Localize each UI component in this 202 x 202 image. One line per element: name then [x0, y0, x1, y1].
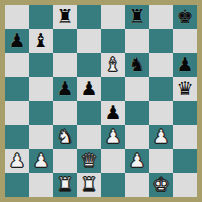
square-e6[interactable]: ♝: [101, 53, 125, 77]
square-h2[interactable]: [173, 149, 197, 173]
square-d4[interactable]: [77, 101, 101, 125]
square-f7[interactable]: [125, 29, 149, 53]
square-d7[interactable]: [77, 29, 101, 53]
square-f4[interactable]: [125, 101, 149, 125]
piece-black-rook[interactable]: ♜: [125, 5, 149, 29]
piece-black-pawn[interactable]: ♟: [5, 29, 29, 53]
piece-white-king[interactable]: ♚: [149, 173, 173, 197]
square-g2[interactable]: [149, 149, 173, 173]
square-c6[interactable]: [53, 53, 77, 77]
square-f3[interactable]: [125, 125, 149, 149]
square-b6[interactable]: [29, 53, 53, 77]
square-b5[interactable]: [29, 77, 53, 101]
piece-black-bishop[interactable]: ♝: [29, 29, 53, 53]
square-f6[interactable]: ♞: [125, 53, 149, 77]
square-d2[interactable]: ♛: [77, 149, 101, 173]
piece-white-pawn[interactable]: ♟: [101, 125, 125, 149]
square-a4[interactable]: [5, 101, 29, 125]
piece-white-rook[interactable]: ♜: [53, 173, 77, 197]
piece-white-rook[interactable]: ♜: [77, 173, 101, 197]
square-d8[interactable]: [77, 5, 101, 29]
square-a3[interactable]: [5, 125, 29, 149]
square-e5[interactable]: [101, 77, 125, 101]
square-c3[interactable]: ♞: [53, 125, 77, 149]
square-h6[interactable]: ♟: [173, 53, 197, 77]
square-f1[interactable]: [125, 173, 149, 197]
square-f5[interactable]: [125, 77, 149, 101]
square-a5[interactable]: [5, 77, 29, 101]
square-f2[interactable]: ♟: [125, 149, 149, 173]
piece-black-pawn[interactable]: ♟: [101, 101, 125, 125]
square-b8[interactable]: [29, 5, 53, 29]
square-e3[interactable]: ♟: [101, 125, 125, 149]
square-c1[interactable]: ♜: [53, 173, 77, 197]
piece-black-pawn[interactable]: ♟: [173, 53, 197, 77]
square-a1[interactable]: [5, 173, 29, 197]
square-b1[interactable]: [29, 173, 53, 197]
square-a2[interactable]: ♟: [5, 149, 29, 173]
square-b2[interactable]: ♟: [29, 149, 53, 173]
square-a7[interactable]: ♟: [5, 29, 29, 53]
square-d1[interactable]: ♜: [77, 173, 101, 197]
piece-black-pawn[interactable]: ♟: [77, 77, 101, 101]
piece-black-knight[interactable]: ♞: [125, 53, 149, 77]
square-g5[interactable]: [149, 77, 173, 101]
square-c4[interactable]: [53, 101, 77, 125]
square-g4[interactable]: [149, 101, 173, 125]
square-h1[interactable]: [173, 173, 197, 197]
square-h7[interactable]: [173, 29, 197, 53]
square-g1[interactable]: ♚: [149, 173, 173, 197]
square-e1[interactable]: [101, 173, 125, 197]
piece-white-knight[interactable]: ♞: [53, 125, 77, 149]
piece-white-queen[interactable]: ♛: [77, 149, 101, 173]
square-e4[interactable]: ♟: [101, 101, 125, 125]
square-h4[interactable]: [173, 101, 197, 125]
square-h3[interactable]: [173, 125, 197, 149]
square-d5[interactable]: ♟: [77, 77, 101, 101]
piece-black-pawn[interactable]: ♟: [53, 77, 77, 101]
square-b3[interactable]: [29, 125, 53, 149]
piece-black-king[interactable]: ♚: [173, 5, 197, 29]
piece-white-pawn[interactable]: ♟: [5, 149, 29, 173]
square-g8[interactable]: [149, 5, 173, 29]
piece-white-pawn[interactable]: ♟: [149, 125, 173, 149]
square-e7[interactable]: [101, 29, 125, 53]
square-e8[interactable]: [101, 5, 125, 29]
chess-board: ♜♜♚♟♝♝♞♟♟♟♛♟♞♟♟♟♟♛♟♜♜♚: [5, 5, 197, 197]
square-g3[interactable]: ♟: [149, 125, 173, 149]
square-g6[interactable]: [149, 53, 173, 77]
piece-black-rook[interactable]: ♜: [53, 5, 77, 29]
square-a6[interactable]: [5, 53, 29, 77]
square-b7[interactable]: ♝: [29, 29, 53, 53]
piece-black-queen[interactable]: ♛: [173, 77, 197, 101]
square-c8[interactable]: ♜: [53, 5, 77, 29]
square-e2[interactable]: [101, 149, 125, 173]
square-c2[interactable]: [53, 149, 77, 173]
piece-white-bishop[interactable]: ♝: [101, 53, 125, 77]
square-b4[interactable]: [29, 101, 53, 125]
piece-white-pawn[interactable]: ♟: [125, 149, 149, 173]
chess-board-frame: ♜♜♚♟♝♝♞♟♟♟♛♟♞♟♟♟♟♛♟♜♜♚: [0, 0, 202, 202]
square-h8[interactable]: ♚: [173, 5, 197, 29]
square-a8[interactable]: [5, 5, 29, 29]
square-h5[interactable]: ♛: [173, 77, 197, 101]
square-d6[interactable]: [77, 53, 101, 77]
square-d3[interactable]: [77, 125, 101, 149]
square-c5[interactable]: ♟: [53, 77, 77, 101]
square-c7[interactable]: [53, 29, 77, 53]
piece-white-pawn[interactable]: ♟: [29, 149, 53, 173]
square-f8[interactable]: ♜: [125, 5, 149, 29]
square-g7[interactable]: [149, 29, 173, 53]
